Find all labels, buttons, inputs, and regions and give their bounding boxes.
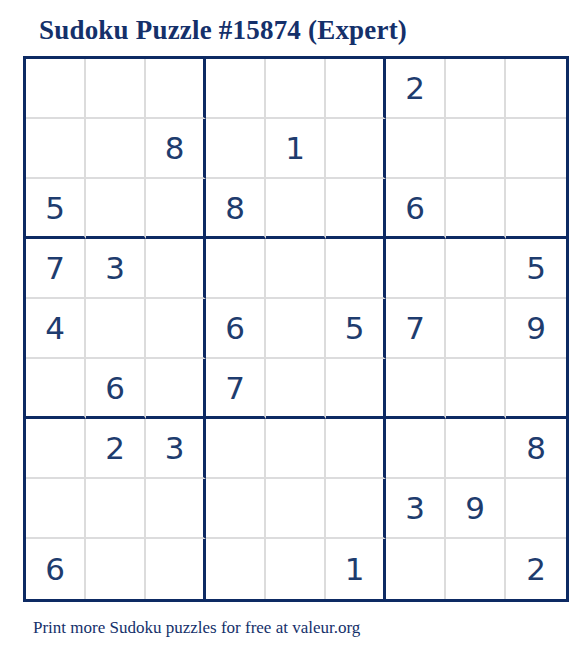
cell-r4c8 xyxy=(446,239,506,299)
cell-r3c6 xyxy=(326,179,386,239)
cell-r1c2 xyxy=(86,59,146,119)
cell-r8c2 xyxy=(86,479,146,539)
cell-r8c5 xyxy=(266,479,326,539)
cell-r7c2: 2 xyxy=(86,419,146,479)
cell-r6c7 xyxy=(386,359,446,419)
cell-r8c4 xyxy=(206,479,266,539)
cell-r8c1 xyxy=(26,479,86,539)
cell-r5c1: 4 xyxy=(26,299,86,359)
cell-r7c5 xyxy=(266,419,326,479)
cell-r5c2 xyxy=(86,299,146,359)
cell-r1c3 xyxy=(146,59,206,119)
cell-r3c9 xyxy=(506,179,566,239)
cell-r5c9: 9 xyxy=(506,299,566,359)
cell-r5c7: 7 xyxy=(386,299,446,359)
cell-r6c8 xyxy=(446,359,506,419)
sudoku-board: 281586735465796723839612 xyxy=(23,56,569,602)
cell-r7c8 xyxy=(446,419,506,479)
cell-r9c8 xyxy=(446,539,506,599)
footer-text: Print more Sudoku puzzles for free at va… xyxy=(33,618,580,638)
cell-r9c4 xyxy=(206,539,266,599)
cell-r8c9 xyxy=(506,479,566,539)
cell-r3c1: 5 xyxy=(26,179,86,239)
cell-r1c5 xyxy=(266,59,326,119)
cell-r1c1 xyxy=(26,59,86,119)
cell-r2c8 xyxy=(446,119,506,179)
cell-r7c6 xyxy=(326,419,386,479)
cell-r6c6 xyxy=(326,359,386,419)
cell-r1c4 xyxy=(206,59,266,119)
cell-r9c1: 6 xyxy=(26,539,86,599)
cell-r8c3 xyxy=(146,479,206,539)
cell-r2c9 xyxy=(506,119,566,179)
cell-r4c9: 5 xyxy=(506,239,566,299)
cell-r4c1: 7 xyxy=(26,239,86,299)
sudoku-page: Sudoku Puzzle #15874 (Expert) 2815867354… xyxy=(0,0,580,638)
cell-r3c7: 6 xyxy=(386,179,446,239)
page-title: Sudoku Puzzle #15874 (Expert) xyxy=(39,15,580,46)
cell-r9c7 xyxy=(386,539,446,599)
cell-r1c9 xyxy=(506,59,566,119)
cell-r2c3: 8 xyxy=(146,119,206,179)
cell-r5c5 xyxy=(266,299,326,359)
cell-r1c7: 2 xyxy=(386,59,446,119)
cell-r6c3 xyxy=(146,359,206,419)
cell-r6c4: 7 xyxy=(206,359,266,419)
cell-r4c5 xyxy=(266,239,326,299)
cell-r6c5 xyxy=(266,359,326,419)
cell-r5c3 xyxy=(146,299,206,359)
cell-r7c1 xyxy=(26,419,86,479)
cell-r5c8 xyxy=(446,299,506,359)
cell-r2c4 xyxy=(206,119,266,179)
cell-r2c1 xyxy=(26,119,86,179)
cell-r9c5 xyxy=(266,539,326,599)
cell-r2c2 xyxy=(86,119,146,179)
cell-r8c7: 3 xyxy=(386,479,446,539)
cell-r4c4 xyxy=(206,239,266,299)
cell-r5c6: 5 xyxy=(326,299,386,359)
cell-r2c6 xyxy=(326,119,386,179)
cell-r9c2 xyxy=(86,539,146,599)
cell-r3c4: 8 xyxy=(206,179,266,239)
cell-r9c3 xyxy=(146,539,206,599)
cell-r4c6 xyxy=(326,239,386,299)
cell-r6c1 xyxy=(26,359,86,419)
cell-r6c9 xyxy=(506,359,566,419)
cell-r4c2: 3 xyxy=(86,239,146,299)
cell-r1c6 xyxy=(326,59,386,119)
cell-r6c2: 6 xyxy=(86,359,146,419)
cell-r2c7 xyxy=(386,119,446,179)
cell-r3c2 xyxy=(86,179,146,239)
cell-r9c6: 1 xyxy=(326,539,386,599)
cell-r4c7 xyxy=(386,239,446,299)
cell-r3c5 xyxy=(266,179,326,239)
cell-r3c3 xyxy=(146,179,206,239)
cell-r4c3 xyxy=(146,239,206,299)
cell-r2c5: 1 xyxy=(266,119,326,179)
cell-r5c4: 6 xyxy=(206,299,266,359)
cell-r8c6 xyxy=(326,479,386,539)
cell-r7c4 xyxy=(206,419,266,479)
cell-r3c8 xyxy=(446,179,506,239)
cell-r7c3: 3 xyxy=(146,419,206,479)
cell-r1c8 xyxy=(446,59,506,119)
cell-r8c8: 9 xyxy=(446,479,506,539)
cell-r9c9: 2 xyxy=(506,539,566,599)
cell-r7c7 xyxy=(386,419,446,479)
cell-r7c9: 8 xyxy=(506,419,566,479)
